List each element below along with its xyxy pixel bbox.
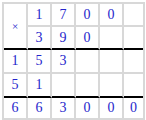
grid-cell: 0 [100,4,124,27]
grid-cell: 0 [76,4,100,27]
grid-cell: 6 [4,98,28,118]
multiply-operator: × [4,4,28,50]
grid-cell [76,74,100,98]
grid-cell: 0 [100,98,124,118]
grid-cell [124,27,143,50]
grid-cell [100,50,124,74]
grid-cell: 5 [4,74,28,98]
grid-cell: 3 [28,27,52,50]
grid-cell: 3 [52,50,76,74]
grid-cell [100,74,124,98]
grid-cell [124,50,143,74]
multiplication-grid: × 1 7 0 0 3 9 0 1 5 3 5 1 6 6 3 0 0 0 [2,2,145,120]
grid-cell [76,50,100,74]
grid-cell [52,74,76,98]
grid-cell: 1 [4,50,28,74]
grid-cell: 0 [76,27,100,50]
grid-cell: 1 [28,4,52,27]
grid-cell: 5 [28,50,52,74]
grid-cell: 7 [52,4,76,27]
grid-cell [124,74,143,98]
grid-cell: 6 [28,98,52,118]
grid-cell: 3 [52,98,76,118]
grid-cell: 9 [52,27,76,50]
grid-cell [100,27,124,50]
grid-cell: 0 [124,98,143,118]
grid-cell [124,4,143,27]
grid-cell: 0 [76,98,100,118]
grid-cell: 1 [28,74,52,98]
